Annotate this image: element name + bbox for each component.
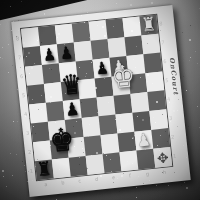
square-a6[interactable] <box>25 65 44 86</box>
coord-label-8-3: 8 <box>16 36 20 41</box>
piece-black-pawn-b7[interactable]: ♟ <box>40 44 59 66</box>
square-h5[interactable] <box>145 71 164 92</box>
square-c1[interactable] <box>69 156 88 177</box>
coord-label-1-3: 1 <box>30 168 34 173</box>
square-c8[interactable] <box>55 24 74 45</box>
coord-label-7-147: 7 <box>161 40 165 45</box>
square-b4[interactable] <box>46 101 65 122</box>
coord-label-5-147: 5 <box>165 78 169 83</box>
chess-photo: 8877665544332211abcdefgh OnCourt ✥ ♜♟♟♟♟… <box>0 0 200 200</box>
square-e7[interactable] <box>91 39 110 60</box>
piece-black-queen-c5[interactable]: ♛ <box>59 67 79 102</box>
square-e4[interactable] <box>97 96 116 117</box>
piece-black-pawn-e6[interactable]: ♟ <box>93 58 112 80</box>
piece-white-rook-h8[interactable]: ♜ <box>139 12 158 36</box>
square-d7[interactable] <box>74 41 93 62</box>
coord-label-1-147: 1 <box>173 153 177 158</box>
square-a4[interactable] <box>29 103 48 124</box>
piece-white-king-f5[interactable]: ♚ <box>110 59 131 97</box>
square-d3[interactable] <box>82 116 101 137</box>
square-f7[interactable] <box>108 37 127 58</box>
coord-label-5-3: 5 <box>22 93 26 98</box>
chessboard-sheet: 8877665544332211abcdefgh OnCourt ✥ ♜♟♟♟♟… <box>11 5 191 197</box>
square-h6[interactable] <box>143 53 162 74</box>
dark-speck <box>75 1 76 2</box>
square-h3[interactable] <box>149 109 168 130</box>
coord-label-h-135: h <box>163 170 167 175</box>
square-d8[interactable] <box>72 22 91 43</box>
square-b1[interactable] <box>52 158 71 179</box>
square-b5[interactable] <box>44 82 63 103</box>
coord-label-8-147: 8 <box>159 21 163 26</box>
coord-label-b-33: b <box>61 180 65 185</box>
dust-speck <box>10 6 11 7</box>
square-g8[interactable] <box>122 17 141 38</box>
chessboard-grid <box>21 15 172 180</box>
square-a3[interactable] <box>31 122 50 143</box>
square-e1[interactable] <box>103 152 122 173</box>
square-h2[interactable] <box>151 128 170 149</box>
compass-logo-icon: ✥ <box>154 150 172 166</box>
square-a5[interactable] <box>27 84 46 105</box>
square-e3[interactable] <box>99 115 118 136</box>
square-a7[interactable] <box>23 46 42 67</box>
coord-label-2-3: 2 <box>28 150 32 155</box>
brand-text: OnCourt <box>168 57 180 96</box>
coord-label-3-147: 3 <box>169 116 173 121</box>
coord-label-3-3: 3 <box>26 131 30 136</box>
coord-label-4-147: 4 <box>167 97 171 102</box>
square-a8[interactable] <box>21 27 40 48</box>
coord-label-d-67: d <box>95 177 99 182</box>
piece-black-king-b2[interactable]: ♚ <box>48 121 69 160</box>
coord-label-7-3: 7 <box>18 55 22 60</box>
square-g1[interactable] <box>136 149 155 170</box>
square-d4[interactable] <box>80 97 99 118</box>
coord-label-g-118: g <box>146 171 150 176</box>
coord-label-a-16: a <box>44 182 48 187</box>
square-f8[interactable] <box>106 18 125 39</box>
square-f4[interactable] <box>114 94 133 115</box>
square-b8[interactable] <box>38 25 57 46</box>
square-e5[interactable] <box>95 77 114 98</box>
piece-black-pawn-c7[interactable]: ♟ <box>57 42 76 64</box>
square-h4[interactable] <box>147 90 166 111</box>
coord-label-e-84: e <box>112 175 116 180</box>
coord-label-6-147: 6 <box>163 59 167 64</box>
square-f2[interactable] <box>117 132 136 153</box>
square-g7[interactable] <box>124 35 143 56</box>
coord-label-c-50: c <box>78 179 81 184</box>
square-f3[interactable] <box>115 113 134 134</box>
square-g4[interactable] <box>130 92 149 113</box>
square-e2[interactable] <box>101 133 120 154</box>
coord-label-2-147: 2 <box>171 135 175 140</box>
piece-black-rook-a1[interactable]: ♜ <box>35 157 54 181</box>
square-b6[interactable] <box>42 63 61 84</box>
piece-white-pawn-g2[interactable]: ♟ <box>134 129 153 152</box>
coord-label-6-3: 6 <box>20 74 24 79</box>
square-f1[interactable] <box>119 151 138 172</box>
square-d2[interactable] <box>84 135 103 156</box>
dust-speck <box>21 1 22 2</box>
coord-label-4-3: 4 <box>24 112 28 117</box>
square-d1[interactable] <box>86 154 105 175</box>
piece-black-pawn-c4[interactable]: ♟ <box>63 98 82 121</box>
coord-label-f-101: f <box>129 173 131 178</box>
square-h7[interactable] <box>141 34 160 55</box>
dark-speck <box>4 2 5 3</box>
square-e8[interactable] <box>89 20 108 41</box>
